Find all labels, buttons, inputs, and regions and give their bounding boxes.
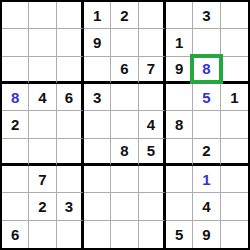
sudoku-board: 12391679884635124885271234659	[0, 0, 250, 250]
cell-r5c6[interactable]: 4	[139, 111, 166, 138]
cell-r7c5[interactable]	[111, 166, 138, 193]
cell-r6c4[interactable]	[84, 139, 111, 166]
cell-r8c7[interactable]	[166, 193, 193, 220]
cell-r6c8[interactable]: 2	[193, 139, 220, 166]
cell-r5c2[interactable]	[29, 111, 56, 138]
cell-r1c7[interactable]	[166, 2, 193, 29]
cell-r4c6[interactable]	[139, 84, 166, 111]
cell-r7c3[interactable]	[57, 166, 84, 193]
cell-r8c5[interactable]	[111, 193, 138, 220]
cell-r8c2[interactable]: 2	[29, 193, 56, 220]
cell-r3c9[interactable]	[221, 57, 248, 84]
cell-r9c8[interactable]: 9	[193, 221, 220, 248]
sudoku-app: 12391679884635124885271234659	[0, 0, 250, 250]
cell-r9c3[interactable]	[57, 221, 84, 248]
cell-r2c4[interactable]: 9	[84, 29, 111, 56]
cell-r7c2[interactable]: 7	[29, 166, 56, 193]
cell-r1c6[interactable]	[139, 2, 166, 29]
cell-r8c3[interactable]: 3	[57, 193, 84, 220]
cell-r1c4[interactable]: 1	[84, 2, 111, 29]
cell-r4c3[interactable]: 6	[57, 84, 84, 111]
cell-r3c5[interactable]: 6	[111, 57, 138, 84]
cell-r2c5[interactable]	[111, 29, 138, 56]
cell-r2c9[interactable]	[221, 29, 248, 56]
cell-r3c3[interactable]	[57, 57, 84, 84]
cell-r3c2[interactable]	[29, 57, 56, 84]
cell-r3c1[interactable]	[2, 57, 29, 84]
cell-r5c9[interactable]	[221, 111, 248, 138]
cell-r2c8[interactable]	[193, 29, 220, 56]
cell-r6c2[interactable]	[29, 139, 56, 166]
cell-r4c5[interactable]	[111, 84, 138, 111]
cell-r9c7[interactable]: 5	[166, 221, 193, 248]
cell-r1c9[interactable]	[221, 2, 248, 29]
cell-r9c9[interactable]	[221, 221, 248, 248]
selection-highlight	[190, 54, 222, 84]
cell-r2c7[interactable]: 1	[166, 29, 193, 56]
cell-r5c7[interactable]: 8	[166, 111, 193, 138]
cell-r4c4[interactable]: 3	[84, 84, 111, 111]
cell-r3c8[interactable]: 8	[193, 57, 220, 84]
cell-r5c1[interactable]: 2	[2, 111, 29, 138]
cell-r7c7[interactable]	[166, 166, 193, 193]
cell-r6c7[interactable]	[166, 139, 193, 166]
cell-r5c8[interactable]	[193, 111, 220, 138]
cell-r2c2[interactable]	[29, 29, 56, 56]
cell-r6c3[interactable]	[57, 139, 84, 166]
cell-r7c6[interactable]	[139, 166, 166, 193]
cell-r2c1[interactable]	[2, 29, 29, 56]
cell-r9c1[interactable]: 6	[2, 221, 29, 248]
cell-r1c2[interactable]	[29, 2, 56, 29]
cell-r9c4[interactable]	[84, 221, 111, 248]
cell-r7c1[interactable]	[2, 166, 29, 193]
cell-r1c1[interactable]	[2, 2, 29, 29]
cell-r5c3[interactable]	[57, 111, 84, 138]
cell-r6c5[interactable]: 8	[111, 139, 138, 166]
cell-r3c7[interactable]: 9	[166, 57, 193, 84]
cell-r9c6[interactable]	[139, 221, 166, 248]
cell-r1c5[interactable]: 2	[111, 2, 138, 29]
cell-r8c8[interactable]: 4	[193, 193, 220, 220]
cell-r4c1[interactable]: 8	[2, 84, 29, 111]
cell-r3c6[interactable]: 7	[139, 57, 166, 84]
cell-r2c6[interactable]	[139, 29, 166, 56]
cell-r4c9[interactable]: 1	[221, 84, 248, 111]
cell-r3c4[interactable]	[84, 57, 111, 84]
cell-r8c1[interactable]	[2, 193, 29, 220]
cell-r4c8[interactable]: 5	[193, 84, 220, 111]
cell-r9c5[interactable]	[111, 221, 138, 248]
cell-r4c7[interactable]	[166, 84, 193, 111]
cell-r6c9[interactable]	[221, 139, 248, 166]
cell-r5c4[interactable]	[84, 111, 111, 138]
cell-r1c3[interactable]	[57, 2, 84, 29]
cell-r1c8[interactable]: 3	[193, 2, 220, 29]
cell-r2c3[interactable]	[57, 29, 84, 56]
cell-r7c4[interactable]	[84, 166, 111, 193]
cell-r5c5[interactable]	[111, 111, 138, 138]
cell-r8c6[interactable]	[139, 193, 166, 220]
cell-r8c9[interactable]	[221, 193, 248, 220]
cell-r7c8[interactable]: 1	[193, 166, 220, 193]
cell-r4c2[interactable]: 4	[29, 84, 56, 111]
cell-r9c2[interactable]	[29, 221, 56, 248]
cell-r6c6[interactable]: 5	[139, 139, 166, 166]
cell-r8c4[interactable]	[84, 193, 111, 220]
cell-r7c9[interactable]	[221, 166, 248, 193]
cell-r6c1[interactable]	[2, 139, 29, 166]
